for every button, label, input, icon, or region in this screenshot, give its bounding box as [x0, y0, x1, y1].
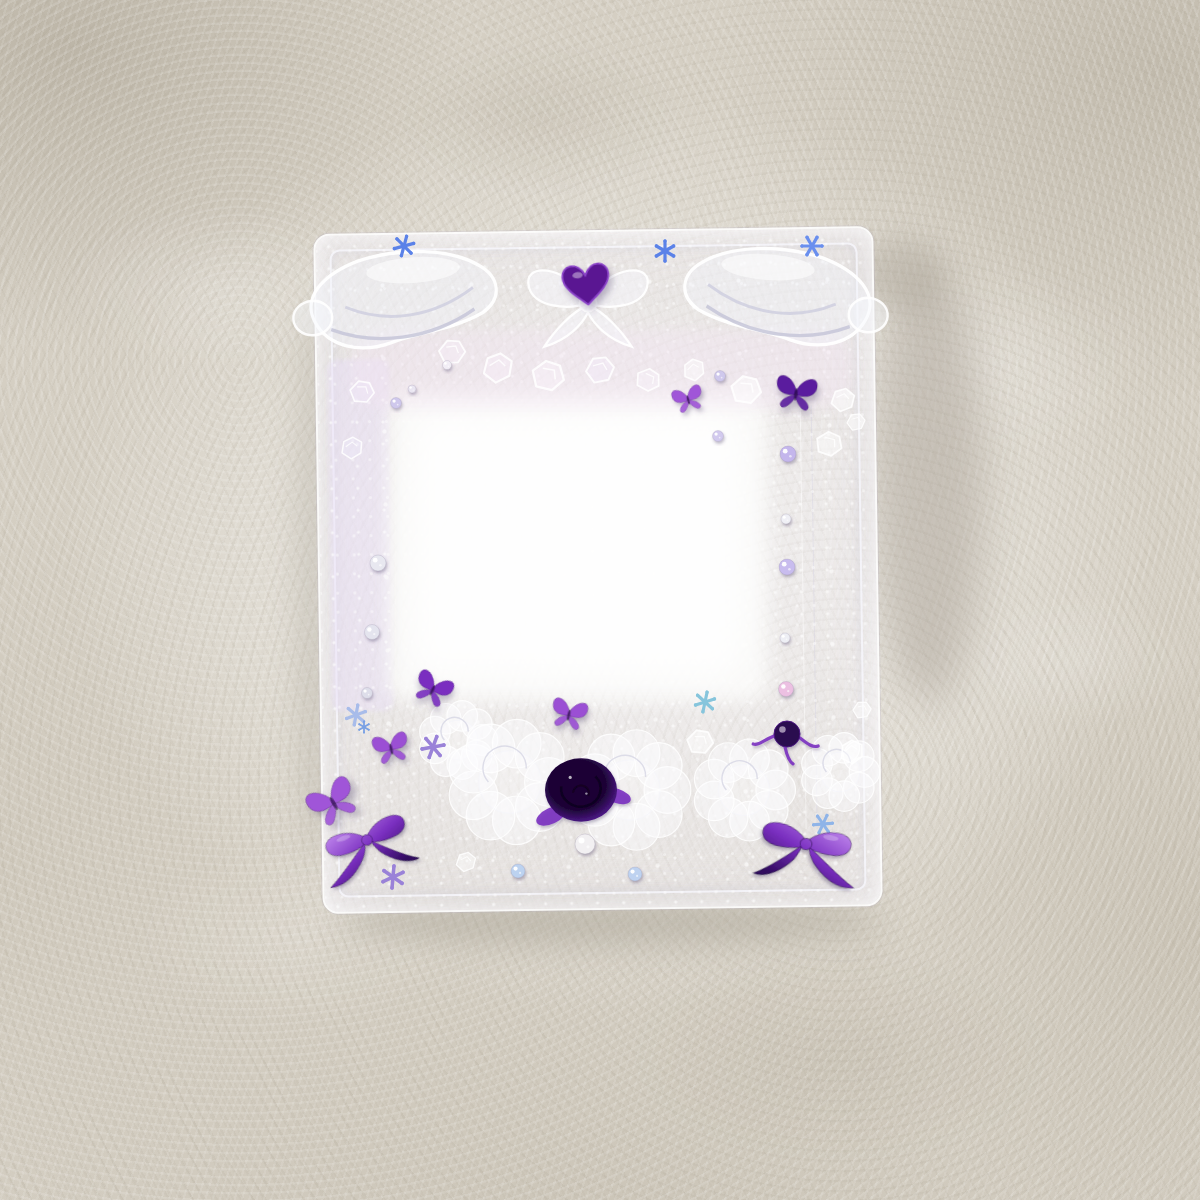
pearl-decoration: [408, 385, 416, 393]
pearl-decoration: [779, 682, 794, 697]
crystal-decoration: [727, 372, 764, 408]
wing-decoration: [289, 246, 499, 353]
crystal-decoration: [852, 701, 871, 719]
pearl-decoration: [779, 559, 795, 575]
crystal-decoration: [437, 338, 467, 366]
pearl-decoration: [365, 625, 380, 640]
crystal-decoration: [829, 387, 856, 412]
snowflake-decoration: [358, 721, 369, 734]
pearl-decoration: [628, 867, 642, 881]
crystal-decoration: [812, 427, 846, 460]
crystal-decoration: [480, 351, 516, 385]
wing-decoration: [681, 243, 891, 350]
pearl-decoration: [391, 398, 402, 409]
decoration-layer: [0, 0, 1200, 1200]
crystal-decoration: [680, 356, 709, 384]
pearl-decoration: [362, 688, 373, 699]
ruffle-decoration: [802, 733, 880, 812]
crystal-decoration: [632, 364, 664, 396]
pearl-decoration: [511, 864, 525, 878]
pearl-decoration: [780, 446, 796, 462]
butterfly-decoration: [774, 375, 818, 412]
crystal-decoration: [847, 414, 865, 430]
crystal-decoration: [586, 357, 614, 382]
pearl-decoration: [713, 431, 724, 442]
crystal-decoration: [455, 851, 478, 872]
pearl-decoration: [370, 555, 386, 571]
snowflake-decoration: [655, 239, 676, 262]
crystal-decoration: [527, 356, 568, 396]
butterfly-decoration: [549, 697, 589, 731]
crystal-decoration: [348, 378, 377, 405]
pearl-decoration: [715, 371, 726, 382]
pearl-decoration: [781, 514, 791, 524]
pearl-decoration: [443, 361, 452, 370]
butterfly-decoration: [303, 774, 363, 830]
crystal-decoration: [338, 435, 365, 461]
butterfly-decoration: [371, 731, 411, 765]
butterfly-decoration: [671, 384, 706, 414]
photo-stage: [0, 0, 1200, 1200]
snowflake-decoration: [381, 863, 406, 891]
snowflake-decoration: [692, 688, 717, 715]
pearl-decoration: [780, 633, 790, 643]
ribbonbow-decoration: [753, 820, 862, 891]
pearl-decoration: [575, 834, 595, 854]
